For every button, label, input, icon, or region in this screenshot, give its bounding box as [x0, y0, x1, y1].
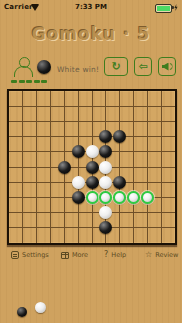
black-stone	[86, 176, 99, 189]
black-stone	[113, 176, 126, 189]
strength-indicator	[11, 80, 47, 83]
help-label: Help	[111, 251, 126, 259]
black-stone	[58, 161, 71, 174]
black-stone	[99, 145, 112, 158]
settings-label: Settings	[22, 251, 49, 259]
black-stone	[99, 130, 112, 143]
black-stone	[86, 161, 99, 174]
action-button-row: ↻ ⇦	[104, 57, 176, 76]
winning-white-stone	[113, 191, 126, 204]
settings-icon	[11, 251, 19, 259]
page-title: Gomoku · 5	[0, 24, 182, 44]
black-stone	[113, 130, 126, 143]
black-stone	[72, 191, 85, 204]
restart-icon: ↻	[111, 61, 120, 72]
white-stone	[99, 161, 112, 174]
winning-white-stone	[99, 191, 112, 204]
black-stone	[99, 221, 112, 234]
white-stone	[86, 145, 99, 158]
player-color-stone	[37, 60, 51, 74]
question-icon: ?	[104, 251, 108, 259]
grid-line	[9, 121, 175, 122]
more-button[interactable]: More	[61, 251, 88, 259]
sound-button[interactable]	[158, 57, 176, 76]
app-background: Carrier 7:33 PM Gomoku · 5 White win! ↻ …	[0, 0, 182, 323]
bottom-toolbar: Settings More ? Help ☆ Review	[0, 251, 182, 267]
winning-white-stone	[141, 191, 154, 204]
winning-white-stone	[127, 191, 140, 204]
restart-button[interactable]: ↻	[104, 57, 128, 76]
speaker-icon	[162, 62, 173, 72]
gift-icon	[61, 252, 69, 259]
winning-white-stone	[86, 191, 99, 204]
undo-button[interactable]: ⇦	[134, 57, 152, 76]
game-status-text: White win!	[57, 65, 99, 74]
player-body-icon	[14, 66, 33, 77]
gomoku-board[interactable]	[7, 89, 177, 245]
more-label: More	[72, 251, 88, 259]
tray-black-stone	[17, 307, 27, 317]
black-stone	[72, 145, 85, 158]
grid-line	[9, 227, 175, 228]
white-stone	[99, 206, 112, 219]
undo-arrow-icon: ⇦	[138, 61, 147, 72]
star-icon: ☆	[145, 251, 152, 259]
white-stone	[99, 176, 112, 189]
battery-tip-icon	[172, 6, 174, 9]
grid-line	[9, 212, 175, 213]
status-bar: Carrier 7:33 PM	[0, 0, 182, 14]
settings-button[interactable]: Settings	[11, 251, 49, 259]
white-stone	[72, 176, 85, 189]
tray-white-stone	[35, 302, 46, 313]
grid-line	[9, 106, 175, 107]
player-icon	[13, 57, 35, 78]
review-button[interactable]: ☆ Review	[145, 251, 178, 259]
battery-icon	[155, 4, 172, 13]
grid-line	[9, 136, 175, 137]
help-button[interactable]: ? Help	[104, 251, 126, 259]
review-label: Review	[155, 251, 178, 259]
